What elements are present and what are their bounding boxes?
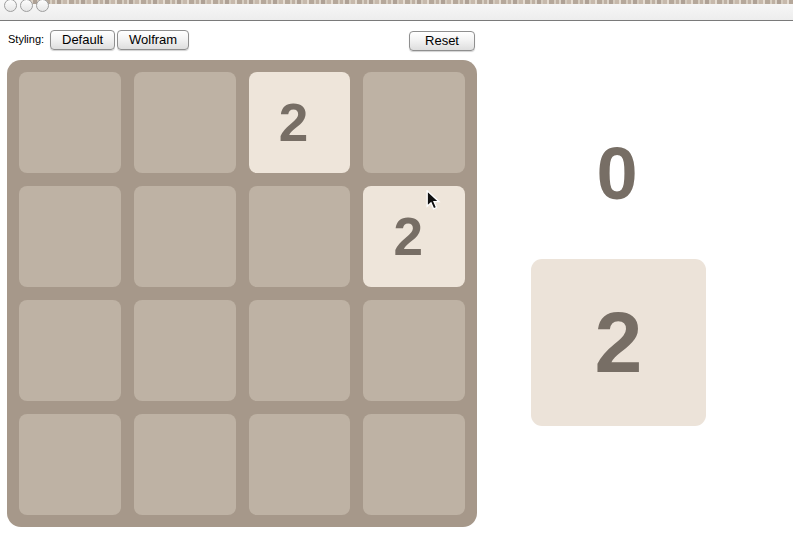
board-cell-empty [134, 72, 236, 173]
board-cell-empty [363, 72, 465, 173]
wolfram-styling-button[interactable]: Wolfram [117, 30, 189, 50]
board-cell-empty [19, 414, 121, 515]
board-cell-empty [134, 414, 236, 515]
default-styling-button[interactable]: Default [50, 30, 115, 50]
desktop-texture-strip [28, 0, 793, 4]
minimize-window-icon[interactable] [20, 0, 33, 12]
board-cell-empty [19, 300, 121, 401]
board-cell-empty [363, 414, 465, 515]
tile-value: 2 [279, 92, 308, 153]
tile-2: 2 [249, 72, 351, 173]
board-cell-empty [134, 300, 236, 401]
score-value: 0 [547, 137, 687, 211]
close-window-icon[interactable] [4, 0, 17, 12]
board-cell-empty [134, 186, 236, 287]
board: 22 [7, 60, 477, 527]
large-preview-tile: 2 [531, 259, 706, 426]
board-cell-empty [249, 300, 351, 401]
tile-value: 2 [393, 206, 422, 267]
board-cell-empty [19, 186, 121, 287]
tile-2: 2 [363, 186, 465, 287]
reset-button[interactable]: Reset [409, 31, 475, 51]
board-cell-empty [363, 300, 465, 401]
large-preview-tile-value: 2 [595, 293, 643, 392]
styling-label: Styling: [8, 33, 44, 45]
board-cell-empty [249, 414, 351, 515]
board-cell-empty [249, 186, 351, 287]
board-cell-empty [19, 72, 121, 173]
